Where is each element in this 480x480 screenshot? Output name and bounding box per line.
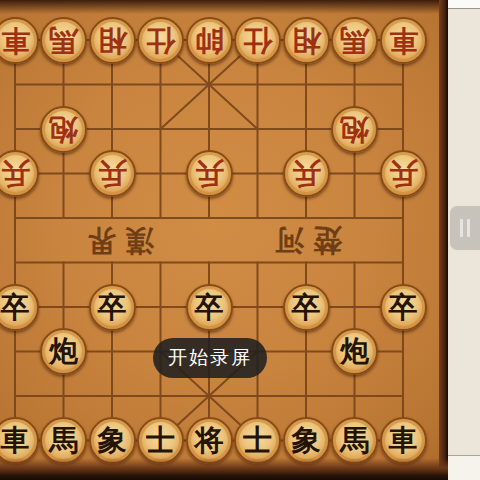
- piece-glyph: 帥: [195, 26, 224, 55]
- piece-glyph: 卒: [1, 293, 30, 322]
- piece-red-仕-c3r0[interactable]: 仕: [137, 17, 184, 64]
- floating-widget-handle[interactable]: [450, 206, 480, 250]
- screen: 漢界 楚河 車馬相仕帥仕相馬車炮炮兵兵兵兵兵卒卒卒卒卒炮炮車馬象士将士象馬車 开…: [0, 0, 480, 480]
- piece-black-象-c6r9[interactable]: 象: [283, 417, 330, 464]
- piece-black-象-c2r9[interactable]: 象: [89, 417, 136, 464]
- piece-black-士-c5r9[interactable]: 士: [234, 417, 281, 464]
- piece-glyph: 兵: [1, 159, 30, 188]
- piece-glyph: 相: [292, 26, 321, 55]
- piece-red-仕-c5r0[interactable]: 仕: [234, 17, 281, 64]
- piece-glyph: 卒: [389, 293, 418, 322]
- piece-glyph: 車: [389, 426, 418, 455]
- piece-glyph: 馬: [340, 26, 369, 55]
- piece-glyph: 士: [243, 426, 272, 455]
- river-label-left: 漢界: [78, 220, 154, 260]
- piece-glyph: 卒: [98, 293, 127, 322]
- piece-glyph: 士: [146, 426, 175, 455]
- piece-black-卒-c4r6[interactable]: 卒: [186, 284, 233, 331]
- piece-glyph: 炮: [340, 115, 369, 144]
- piece-glyph: 仕: [243, 26, 272, 55]
- piece-glyph: 卒: [292, 293, 321, 322]
- piece-glyph: 兵: [292, 159, 321, 188]
- piece-red-車-c0r0[interactable]: 車: [0, 17, 39, 64]
- start-recording-label: 开始录屏: [168, 345, 252, 371]
- piece-black-士-c3r9[interactable]: 士: [137, 417, 184, 464]
- piece-glyph: 車: [1, 426, 30, 455]
- piece-black-卒-c8r6[interactable]: 卒: [380, 284, 427, 331]
- piece-red-帥-c4r0[interactable]: 帥: [186, 17, 233, 64]
- piece-glyph: 兵: [195, 159, 224, 188]
- piece-glyph: 兵: [389, 159, 418, 188]
- piece-black-馬-c1r9[interactable]: 馬: [40, 417, 87, 464]
- piece-black-将-c4r9[interactable]: 将: [186, 417, 233, 464]
- board-top-border: [0, 0, 448, 14]
- piece-red-車-c8r0[interactable]: 車: [380, 17, 427, 64]
- handle-bar: [467, 219, 470, 237]
- piece-glyph: 兵: [98, 159, 127, 188]
- board-grid: [0, 0, 448, 480]
- piece-red-馬-c7r0[interactable]: 馬: [331, 17, 378, 64]
- piece-glyph: 象: [292, 426, 321, 455]
- piece-glyph: 仕: [146, 26, 175, 55]
- piece-glyph: 象: [98, 426, 127, 455]
- handle-bar: [460, 219, 463, 237]
- piece-red-炮-c1r2[interactable]: 炮: [40, 106, 87, 153]
- piece-red-兵-c2r3[interactable]: 兵: [89, 150, 136, 197]
- side-panel-bottom: [448, 456, 480, 480]
- piece-red-兵-c4r3[interactable]: 兵: [186, 150, 233, 197]
- piece-red-兵-c8r3[interactable]: 兵: [380, 150, 427, 197]
- piece-glyph: 炮: [49, 115, 78, 144]
- board-right-border: [439, 0, 448, 480]
- board-bottom-border: [0, 458, 448, 480]
- piece-glyph: 車: [1, 26, 30, 55]
- piece-glyph: 卒: [195, 293, 224, 322]
- piece-glyph: 馬: [49, 26, 78, 55]
- river-label-right: 楚河: [266, 220, 342, 260]
- piece-glyph: 炮: [340, 337, 369, 366]
- piece-glyph: 馬: [49, 426, 78, 455]
- piece-black-卒-c2r6[interactable]: 卒: [89, 284, 136, 331]
- start-recording-toast[interactable]: 开始录屏: [153, 338, 267, 378]
- side-panel-top-band: [448, 0, 480, 9]
- piece-black-卒-c6r6[interactable]: 卒: [283, 284, 330, 331]
- piece-glyph: 相: [98, 26, 127, 55]
- piece-red-馬-c1r0[interactable]: 馬: [40, 17, 87, 64]
- piece-glyph: 車: [389, 26, 418, 55]
- piece-black-炮-c7r7[interactable]: 炮: [331, 328, 378, 375]
- xiangqi-board[interactable]: 漢界 楚河 車馬相仕帥仕相馬車炮炮兵兵兵兵兵卒卒卒卒卒炮炮車馬象士将士象馬車: [0, 0, 448, 480]
- piece-red-兵-c6r3[interactable]: 兵: [283, 150, 330, 197]
- piece-red-相-c2r0[interactable]: 相: [89, 17, 136, 64]
- piece-glyph: 炮: [49, 337, 78, 366]
- piece-glyph: 将: [195, 426, 224, 455]
- piece-black-車-c8r9[interactable]: 車: [380, 417, 427, 464]
- piece-black-炮-c1r7[interactable]: 炮: [40, 328, 87, 375]
- piece-red-炮-c7r2[interactable]: 炮: [331, 106, 378, 153]
- piece-black-馬-c7r9[interactable]: 馬: [331, 417, 378, 464]
- piece-black-卒-c0r6[interactable]: 卒: [0, 284, 39, 331]
- piece-red-相-c6r0[interactable]: 相: [283, 17, 330, 64]
- piece-glyph: 馬: [340, 426, 369, 455]
